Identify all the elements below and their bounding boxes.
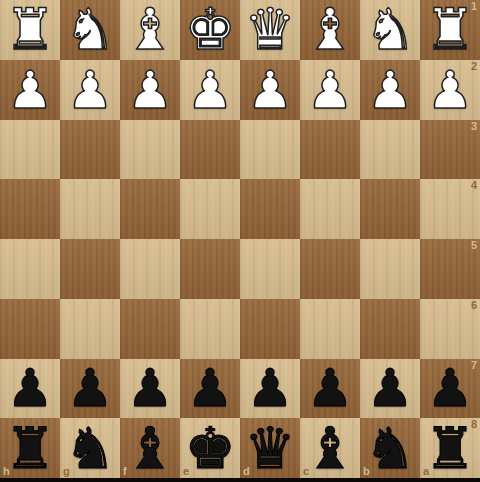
- square-e4[interactable]: [180, 179, 240, 239]
- square-c4[interactable]: [300, 179, 360, 239]
- piece-black-pawn-d7[interactable]: ♟: [240, 359, 300, 419]
- rank-label-4: 4: [471, 180, 477, 191]
- piece-white-pawn-f2[interactable]: ♟: [120, 60, 180, 120]
- square-d8[interactable]: d♛: [240, 418, 300, 478]
- square-d4[interactable]: [240, 179, 300, 239]
- square-f8[interactable]: f♝: [120, 418, 180, 478]
- piece-black-pawn-f7[interactable]: ♟: [120, 359, 180, 419]
- square-b1[interactable]: ♞: [360, 0, 420, 60]
- square-c2[interactable]: ♟: [300, 60, 360, 120]
- square-h5[interactable]: [0, 239, 60, 299]
- piece-black-pawn-c7[interactable]: ♟: [300, 359, 360, 419]
- file-label-d: d: [243, 466, 250, 477]
- square-h7[interactable]: ♟: [0, 359, 60, 419]
- file-label-a: a: [423, 466, 429, 477]
- square-a2[interactable]: 2♟: [420, 60, 480, 120]
- square-g7[interactable]: ♟: [60, 359, 120, 419]
- square-f2[interactable]: ♟: [120, 60, 180, 120]
- rank-label-7: 7: [471, 360, 477, 371]
- piece-white-bishop-f1[interactable]: ♝: [120, 0, 180, 60]
- file-label-b: b: [363, 466, 370, 477]
- square-d2[interactable]: ♟: [240, 60, 300, 120]
- square-e1[interactable]: ♚: [180, 0, 240, 60]
- square-b5[interactable]: [360, 239, 420, 299]
- square-d7[interactable]: ♟: [240, 359, 300, 419]
- piece-white-pawn-g2[interactable]: ♟: [60, 60, 120, 120]
- square-b8[interactable]: b♞: [360, 418, 420, 478]
- rank-label-8: 8: [471, 419, 477, 430]
- square-h2[interactable]: ♟: [0, 60, 60, 120]
- square-f6[interactable]: [120, 299, 180, 359]
- square-f7[interactable]: ♟: [120, 359, 180, 419]
- piece-white-king-e1[interactable]: ♚: [180, 0, 240, 60]
- square-d5[interactable]: [240, 239, 300, 299]
- piece-white-pawn-h2[interactable]: ♟: [0, 60, 60, 120]
- square-b2[interactable]: ♟: [360, 60, 420, 120]
- square-a3[interactable]: 3: [420, 120, 480, 180]
- rank-label-2: 2: [471, 61, 477, 72]
- piece-white-rook-h1[interactable]: ♜: [0, 0, 60, 60]
- file-label-c: c: [303, 466, 309, 477]
- square-h6[interactable]: [0, 299, 60, 359]
- chess-app: ♜♞♝♚♛♝♞1♜♟♟♟♟♟♟♟2♟3456♟♟♟♟♟♟♟7♟h♜g♞f♝e♚d…: [0, 0, 480, 482]
- board-bottom-frame: [0, 478, 480, 482]
- square-f3[interactable]: [120, 120, 180, 180]
- file-label-g: g: [63, 466, 70, 477]
- square-c3[interactable]: [300, 120, 360, 180]
- square-d1[interactable]: ♛: [240, 0, 300, 60]
- square-a4[interactable]: 4: [420, 179, 480, 239]
- square-c7[interactable]: ♟: [300, 359, 360, 419]
- rank-label-1: 1: [471, 1, 477, 12]
- square-b6[interactable]: [360, 299, 420, 359]
- square-a7[interactable]: 7♟: [420, 359, 480, 419]
- square-g6[interactable]: [60, 299, 120, 359]
- square-e5[interactable]: [180, 239, 240, 299]
- chess-board: ♜♞♝♚♛♝♞1♜♟♟♟♟♟♟♟2♟3456♟♟♟♟♟♟♟7♟h♜g♞f♝e♚d…: [0, 0, 480, 478]
- square-e2[interactable]: ♟: [180, 60, 240, 120]
- piece-white-knight-b1[interactable]: ♞: [360, 0, 420, 60]
- square-a1[interactable]: 1♜: [420, 0, 480, 60]
- file-label-h: h: [3, 466, 10, 477]
- square-f4[interactable]: [120, 179, 180, 239]
- square-e6[interactable]: [180, 299, 240, 359]
- square-a6[interactable]: 6: [420, 299, 480, 359]
- piece-white-knight-g1[interactable]: ♞: [60, 0, 120, 60]
- square-g5[interactable]: [60, 239, 120, 299]
- square-e3[interactable]: [180, 120, 240, 180]
- square-h3[interactable]: [0, 120, 60, 180]
- square-f1[interactable]: ♝: [120, 0, 180, 60]
- square-e7[interactable]: ♟: [180, 359, 240, 419]
- rank-label-6: 6: [471, 300, 477, 311]
- piece-black-bishop-f8[interactable]: ♝: [120, 418, 180, 478]
- piece-black-pawn-b7[interactable]: ♟: [360, 359, 420, 419]
- piece-white-pawn-d2[interactable]: ♟: [240, 60, 300, 120]
- square-a5[interactable]: 5: [420, 239, 480, 299]
- piece-white-pawn-e2[interactable]: ♟: [180, 60, 240, 120]
- file-label-e: e: [183, 466, 189, 477]
- file-label-f: f: [123, 466, 127, 477]
- piece-white-pawn-b2[interactable]: ♟: [360, 60, 420, 120]
- piece-white-queen-d1[interactable]: ♛: [240, 0, 300, 60]
- square-c5[interactable]: [300, 239, 360, 299]
- square-c6[interactable]: [300, 299, 360, 359]
- square-c8[interactable]: c♝: [300, 418, 360, 478]
- square-g8[interactable]: g♞: [60, 418, 120, 478]
- rank-label-3: 3: [471, 121, 477, 132]
- piece-white-bishop-c1[interactable]: ♝: [300, 0, 360, 60]
- square-g2[interactable]: ♟: [60, 60, 120, 120]
- rank-label-5: 5: [471, 240, 477, 251]
- square-h4[interactable]: [0, 179, 60, 239]
- piece-black-pawn-g7[interactable]: ♟: [60, 359, 120, 419]
- piece-black-pawn-e7[interactable]: ♟: [180, 359, 240, 419]
- piece-white-pawn-c2[interactable]: ♟: [300, 60, 360, 120]
- square-h1[interactable]: ♜: [0, 0, 60, 60]
- square-g1[interactable]: ♞: [60, 0, 120, 60]
- square-b4[interactable]: [360, 179, 420, 239]
- square-b3[interactable]: [360, 120, 420, 180]
- square-b7[interactable]: ♟: [360, 359, 420, 419]
- square-d3[interactable]: [240, 120, 300, 180]
- square-d6[interactable]: [240, 299, 300, 359]
- square-g4[interactable]: [60, 179, 120, 239]
- square-a8[interactable]: 8a♜: [420, 418, 480, 478]
- square-h8[interactable]: h♜: [0, 418, 60, 478]
- piece-black-pawn-h7[interactable]: ♟: [0, 359, 60, 419]
- square-c1[interactable]: ♝: [300, 0, 360, 60]
- square-g3[interactable]: [60, 120, 120, 180]
- square-e8[interactable]: e♚: [180, 418, 240, 478]
- square-f5[interactable]: [120, 239, 180, 299]
